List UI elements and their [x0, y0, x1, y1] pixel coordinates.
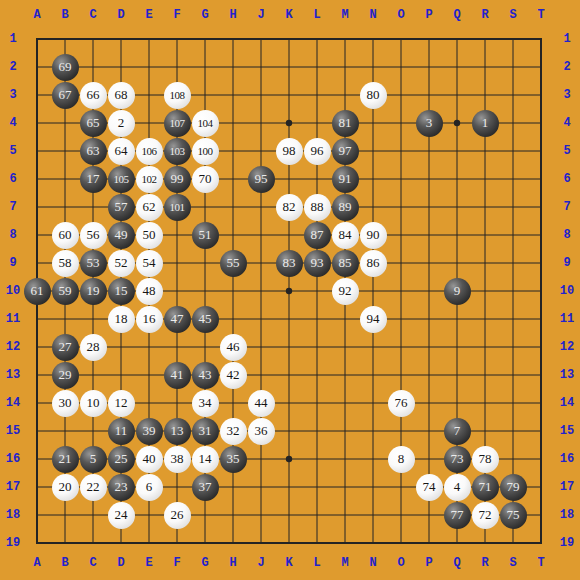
coord-label-right-13: 13	[554, 368, 580, 382]
stone-G4-move-104[interactable]: 104	[192, 110, 219, 137]
coord-label-left-13: 13	[0, 368, 26, 382]
stone-N3-move-80[interactable]: 80	[360, 82, 387, 109]
stone-J14-move-44[interactable]: 44	[248, 390, 275, 417]
coord-label-right-16: 16	[554, 452, 580, 466]
coord-label-top-K: K	[275, 8, 303, 22]
coord-label-top-J: J	[247, 8, 275, 22]
coord-label-top-O: O	[387, 8, 415, 22]
stone-D18-move-24[interactable]: 24	[108, 502, 135, 529]
coord-label-left-14: 14	[0, 396, 26, 410]
stone-D7-move-57[interactable]: 57	[108, 194, 135, 221]
coord-label-left-5: 5	[0, 144, 26, 158]
coord-label-top-R: R	[471, 8, 499, 22]
stone-R4-move-1[interactable]: 1	[472, 110, 499, 137]
coord-label-right-12: 12	[554, 340, 580, 354]
coord-label-top-D: D	[107, 8, 135, 22]
coord-label-left-3: 3	[0, 88, 26, 102]
stone-L8-move-87[interactable]: 87	[304, 222, 331, 249]
stone-B3-move-67[interactable]: 67	[52, 82, 79, 109]
coord-label-top-P: P	[415, 8, 443, 22]
stone-Q18-move-77[interactable]: 77	[444, 502, 471, 529]
stone-K9-move-83[interactable]: 83	[276, 250, 303, 277]
stone-D17-move-23[interactable]: 23	[108, 474, 135, 501]
coord-label-top-E: E	[135, 8, 163, 22]
stone-R17-move-71[interactable]: 71	[472, 474, 499, 501]
coord-label-bottom-A: A	[23, 556, 51, 570]
stone-N11-move-94[interactable]: 94	[360, 306, 387, 333]
stone-F11-move-47[interactable]: 47	[164, 306, 191, 333]
coord-label-top-N: N	[359, 8, 387, 22]
stone-M4-move-81[interactable]: 81	[332, 110, 359, 137]
stone-D8-move-49[interactable]: 49	[108, 222, 135, 249]
stone-C14-move-10[interactable]: 10	[80, 390, 107, 417]
stone-F7-move-101[interactable]: 101	[164, 194, 191, 221]
stone-G15-move-31[interactable]: 31	[192, 418, 219, 445]
stone-M6-move-91[interactable]: 91	[332, 166, 359, 193]
stone-C4-move-65[interactable]: 65	[80, 110, 107, 137]
stone-M7-move-89[interactable]: 89	[332, 194, 359, 221]
stone-H9-move-55[interactable]: 55	[220, 250, 247, 277]
coord-label-left-12: 12	[0, 340, 26, 354]
stone-R16-move-78[interactable]: 78	[472, 446, 499, 473]
stone-B2-move-69[interactable]: 69	[52, 54, 79, 81]
stone-E7-move-62[interactable]: 62	[136, 194, 163, 221]
coord-label-left-9: 9	[0, 256, 26, 270]
stone-B16-move-21[interactable]: 21	[52, 446, 79, 473]
coord-label-left-8: 8	[0, 228, 26, 242]
stone-P17-move-74[interactable]: 74	[416, 474, 443, 501]
coord-label-bottom-Q: Q	[443, 556, 471, 570]
stone-C6-move-17[interactable]: 17	[80, 166, 107, 193]
stone-F15-move-13[interactable]: 13	[164, 418, 191, 445]
stone-E6-move-102[interactable]: 102	[136, 166, 163, 193]
stone-G11-move-45[interactable]: 45	[192, 306, 219, 333]
stone-F16-move-38[interactable]: 38	[164, 446, 191, 473]
stone-B10-move-59[interactable]: 59	[52, 278, 79, 305]
coord-label-right-3: 3	[554, 88, 580, 102]
stone-C5-move-63[interactable]: 63	[80, 138, 107, 165]
stone-L7-move-88[interactable]: 88	[304, 194, 331, 221]
stone-H13-move-42[interactable]: 42	[220, 362, 247, 389]
coord-label-left-18: 18	[0, 508, 26, 522]
stone-B14-move-30[interactable]: 30	[52, 390, 79, 417]
coord-label-bottom-T: T	[527, 556, 555, 570]
coord-label-bottom-F: F	[163, 556, 191, 570]
stone-B8-move-60[interactable]: 60	[52, 222, 79, 249]
stone-E10-move-48[interactable]: 48	[136, 278, 163, 305]
stone-D9-move-52[interactable]: 52	[108, 250, 135, 277]
stone-F5-move-103[interactable]: 103	[164, 138, 191, 165]
coord-label-bottom-O: O	[387, 556, 415, 570]
stone-M8-move-84[interactable]: 84	[332, 222, 359, 249]
coord-label-top-C: C	[79, 8, 107, 22]
stone-C3-move-66[interactable]: 66	[80, 82, 107, 109]
coord-label-right-5: 5	[554, 144, 580, 158]
stone-N8-move-90[interactable]: 90	[360, 222, 387, 249]
star-point-K4	[286, 120, 292, 126]
stone-C9-move-53[interactable]: 53	[80, 250, 107, 277]
stone-N9-move-86[interactable]: 86	[360, 250, 387, 277]
stone-M5-move-97[interactable]: 97	[332, 138, 359, 165]
stone-G8-move-51[interactable]: 51	[192, 222, 219, 249]
stone-F4-move-107[interactable]: 107	[164, 110, 191, 137]
stone-D3-move-68[interactable]: 68	[108, 82, 135, 109]
coord-label-left-11: 11	[0, 312, 26, 326]
coord-label-left-6: 6	[0, 172, 26, 186]
stone-F6-move-99[interactable]: 99	[164, 166, 191, 193]
stone-E11-move-16[interactable]: 16	[136, 306, 163, 333]
coord-label-left-16: 16	[0, 452, 26, 466]
coord-label-right-19: 19	[554, 536, 580, 550]
coord-label-top-G: G	[191, 8, 219, 22]
go-board[interactable]: ABCDEFGHJKLMNOPQRST ABCDEFGHJKLMNOPQRST …	[0, 0, 580, 580]
stone-E16-move-40[interactable]: 40	[136, 446, 163, 473]
coord-label-top-M: M	[331, 8, 359, 22]
stone-K7-move-82[interactable]: 82	[276, 194, 303, 221]
stone-O16-move-8[interactable]: 8	[388, 446, 415, 473]
coord-label-right-10: 10	[554, 284, 580, 298]
stone-C8-move-56[interactable]: 56	[80, 222, 107, 249]
stone-S18-move-75[interactable]: 75	[500, 502, 527, 529]
stone-D10-move-15[interactable]: 15	[108, 278, 135, 305]
coord-label-top-S: S	[499, 8, 527, 22]
stone-E17-move-6[interactable]: 6	[136, 474, 163, 501]
coord-label-right-1: 1	[554, 32, 580, 46]
stone-A10-move-61[interactable]: 61	[24, 278, 51, 305]
coord-label-right-4: 4	[554, 116, 580, 130]
stone-S17-move-79[interactable]: 79	[500, 474, 527, 501]
coord-label-bottom-M: M	[331, 556, 359, 570]
stone-E5-move-106[interactable]: 106	[136, 138, 163, 165]
coord-label-left-19: 19	[0, 536, 26, 550]
coord-label-top-T: T	[527, 8, 555, 22]
stone-F13-move-41[interactable]: 41	[164, 362, 191, 389]
coord-label-bottom-J: J	[247, 556, 275, 570]
stone-E9-move-54[interactable]: 54	[136, 250, 163, 277]
coord-label-left-17: 17	[0, 480, 26, 494]
stone-F3-move-108[interactable]: 108	[164, 82, 191, 109]
stone-O14-move-76[interactable]: 76	[388, 390, 415, 417]
stone-C10-move-19[interactable]: 19	[80, 278, 107, 305]
stone-H12-move-46[interactable]: 46	[220, 334, 247, 361]
stone-C16-move-5[interactable]: 5	[80, 446, 107, 473]
coord-label-right-9: 9	[554, 256, 580, 270]
stone-D15-move-11[interactable]: 11	[108, 418, 135, 445]
stone-L5-move-96[interactable]: 96	[304, 138, 331, 165]
coord-label-top-H: H	[219, 8, 247, 22]
coord-label-right-18: 18	[554, 508, 580, 522]
stone-E15-move-39[interactable]: 39	[136, 418, 163, 445]
coord-label-right-6: 6	[554, 172, 580, 186]
coord-label-top-A: A	[23, 8, 51, 22]
coord-label-top-F: F	[163, 8, 191, 22]
stone-D11-move-18[interactable]: 18	[108, 306, 135, 333]
coord-label-top-L: L	[303, 8, 331, 22]
stone-B13-move-29[interactable]: 29	[52, 362, 79, 389]
star-point-K10	[286, 288, 292, 294]
stone-P4-move-3[interactable]: 3	[416, 110, 443, 137]
stone-Q16-move-73[interactable]: 73	[444, 446, 471, 473]
stone-K5-move-98[interactable]: 98	[276, 138, 303, 165]
coord-label-left-2: 2	[0, 60, 26, 74]
coord-label-bottom-R: R	[471, 556, 499, 570]
coord-label-right-15: 15	[554, 424, 580, 438]
stone-D4-move-2[interactable]: 2	[108, 110, 135, 137]
coord-label-right-14: 14	[554, 396, 580, 410]
stone-B12-move-27[interactable]: 27	[52, 334, 79, 361]
stone-G17-move-37[interactable]: 37	[192, 474, 219, 501]
star-point-Q4	[454, 120, 460, 126]
coord-label-left-1: 1	[0, 32, 26, 46]
coord-label-top-B: B	[51, 8, 79, 22]
stone-M10-move-92[interactable]: 92	[332, 278, 359, 305]
coord-label-left-10: 10	[0, 284, 26, 298]
stone-H15-move-32[interactable]: 32	[220, 418, 247, 445]
star-point-K16	[286, 456, 292, 462]
coord-label-bottom-D: D	[107, 556, 135, 570]
stone-D14-move-12[interactable]: 12	[108, 390, 135, 417]
stone-D6-move-105[interactable]: 105	[108, 166, 135, 193]
coord-label-left-4: 4	[0, 116, 26, 130]
stone-Q15-move-7[interactable]: 7	[444, 418, 471, 445]
coord-label-top-Q: Q	[443, 8, 471, 22]
stone-G14-move-34[interactable]: 34	[192, 390, 219, 417]
stone-G5-move-100[interactable]: 100	[192, 138, 219, 165]
stone-Q17-move-4[interactable]: 4	[444, 474, 471, 501]
stone-G13-move-43[interactable]: 43	[192, 362, 219, 389]
stone-C12-move-28[interactable]: 28	[80, 334, 107, 361]
coord-label-bottom-K: K	[275, 556, 303, 570]
coord-label-left-7: 7	[0, 200, 26, 214]
stone-Q10-move-9[interactable]: 9	[444, 278, 471, 305]
coord-label-left-15: 15	[0, 424, 26, 438]
stone-M9-move-85[interactable]: 85	[332, 250, 359, 277]
stone-J6-move-95[interactable]: 95	[248, 166, 275, 193]
coord-label-bottom-S: S	[499, 556, 527, 570]
coord-label-right-17: 17	[554, 480, 580, 494]
stone-G16-move-14[interactable]: 14	[192, 446, 219, 473]
stone-F18-move-26[interactable]: 26	[164, 502, 191, 529]
stone-D16-move-25[interactable]: 25	[108, 446, 135, 473]
coord-label-bottom-G: G	[191, 556, 219, 570]
coord-label-bottom-H: H	[219, 556, 247, 570]
stone-D5-move-64[interactable]: 64	[108, 138, 135, 165]
coord-label-right-2: 2	[554, 60, 580, 74]
coord-label-bottom-E: E	[135, 556, 163, 570]
coord-label-bottom-C: C	[79, 556, 107, 570]
stone-H16-move-35[interactable]: 35	[220, 446, 247, 473]
coord-label-bottom-B: B	[51, 556, 79, 570]
stone-J15-move-36[interactable]: 36	[248, 418, 275, 445]
stone-B17-move-20[interactable]: 20	[52, 474, 79, 501]
stone-G6-move-70[interactable]: 70	[192, 166, 219, 193]
stone-B9-move-58[interactable]: 58	[52, 250, 79, 277]
coord-label-right-11: 11	[554, 312, 580, 326]
coord-label-right-7: 7	[554, 200, 580, 214]
coord-label-right-8: 8	[554, 228, 580, 242]
stone-L9-move-93[interactable]: 93	[304, 250, 331, 277]
stone-R18-move-72[interactable]: 72	[472, 502, 499, 529]
stone-E8-move-50[interactable]: 50	[136, 222, 163, 249]
coord-label-bottom-N: N	[359, 556, 387, 570]
coord-label-bottom-P: P	[415, 556, 443, 570]
coord-label-bottom-L: L	[303, 556, 331, 570]
stone-C17-move-22[interactable]: 22	[80, 474, 107, 501]
